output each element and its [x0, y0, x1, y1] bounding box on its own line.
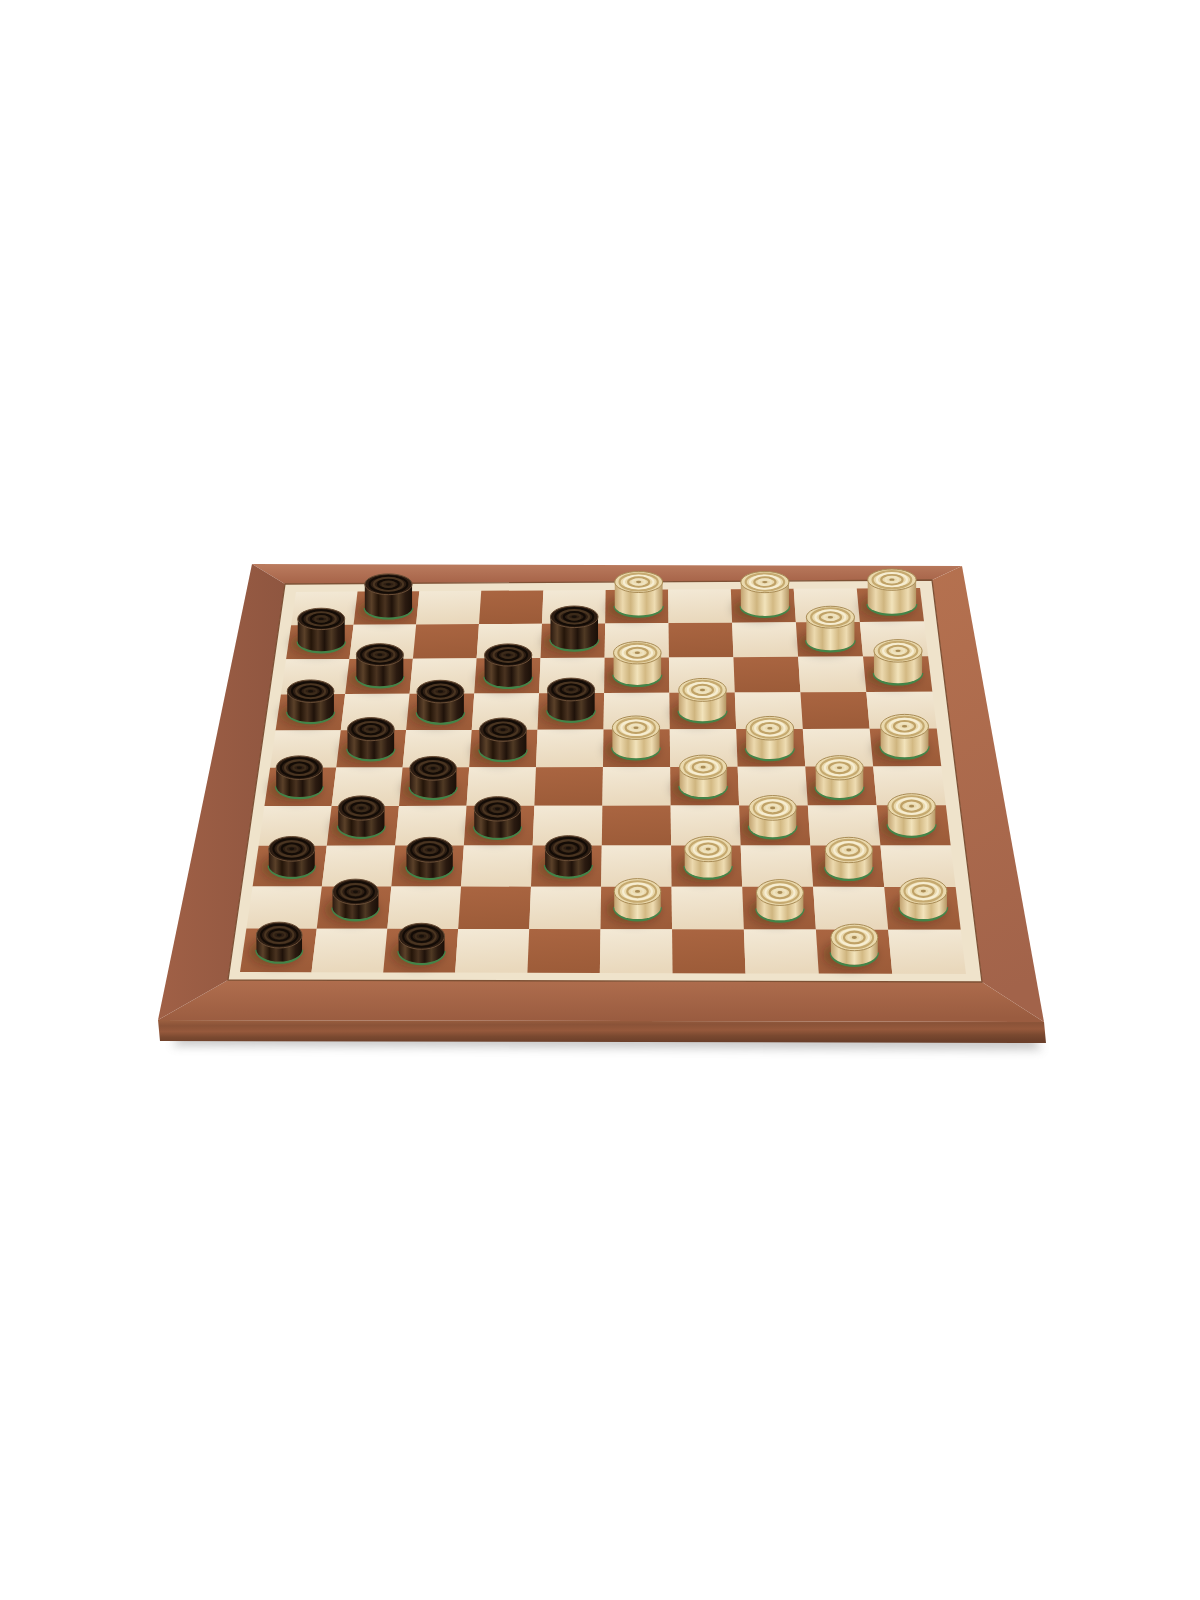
board-side-face	[158, 1020, 1046, 1043]
square-r9c9	[813, 887, 888, 930]
square-r2c7	[669, 623, 734, 658]
square-r1c7	[668, 589, 732, 623]
draughts-board-photo	[0, 0, 1200, 1600]
square-r1c3	[416, 591, 481, 625]
product-photo-stage	[0, 0, 1200, 1600]
square-r2c8	[732, 622, 798, 657]
square-r10c5	[527, 929, 600, 973]
square-r10c2	[311, 929, 387, 973]
square-r9c3	[387, 887, 461, 929]
square-r10c4	[455, 929, 529, 973]
square-r9c7	[672, 887, 744, 930]
square-r10c6	[600, 929, 673, 973]
square-r3c8	[733, 657, 800, 693]
square-r3c9	[798, 657, 866, 693]
square-r8c4	[461, 846, 533, 887]
square-r10c7	[672, 929, 745, 973]
square-r7c6	[602, 806, 671, 846]
square-r4c9	[800, 692, 869, 729]
square-r10c8	[744, 929, 819, 973]
square-r1c4	[479, 590, 543, 624]
square-r6c6	[602, 767, 670, 806]
square-r9c4	[458, 887, 531, 929]
square-r6c5	[534, 767, 603, 806]
square-r2c3	[413, 624, 479, 659]
square-r10c10	[888, 930, 966, 974]
square-r5c5	[536, 730, 604, 768]
square-r9c5	[529, 887, 601, 930]
